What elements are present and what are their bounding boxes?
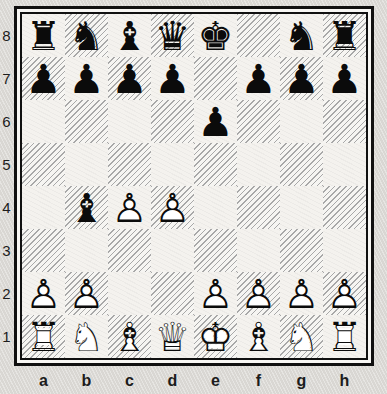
square-d6[interactable]: [151, 100, 194, 143]
square-d4[interactable]: ♟♙: [151, 186, 194, 229]
piece-white-pawn: ♙: [65, 272, 108, 315]
square-c8[interactable]: ♝: [108, 14, 151, 57]
square-e8[interactable]: ♚: [194, 14, 237, 57]
piece-black-pawn: ♟: [151, 57, 194, 100]
piece-fill: ♚: [194, 315, 237, 358]
square-a7[interactable]: ♟: [22, 57, 65, 100]
piece-white-pawn: ♙: [323, 272, 366, 315]
square-f8[interactable]: [237, 14, 280, 57]
piece-black-pawn: ♟: [237, 57, 280, 100]
piece-black-king: ♚: [194, 14, 237, 57]
piece-white-king: ♔: [194, 315, 237, 358]
board-frame: ♜♞♝♛♚♞♜♟♟♟♟♟♟♟♟♝♟♙♟♙♟♙♟♙♟♙♟♙♟♙♟♙♜♖♞♘♝♗♛♕…: [14, 6, 374, 366]
square-d2[interactable]: [151, 272, 194, 315]
chess-diagram: ♜♞♝♛♚♞♜♟♟♟♟♟♟♟♟♝♟♙♟♙♟♙♟♙♟♙♟♙♟♙♟♙♜♖♞♘♝♗♛♕…: [0, 0, 387, 394]
square-c5[interactable]: [108, 143, 151, 186]
square-f1[interactable]: ♝♗: [237, 315, 280, 358]
piece-fill: ♟: [323, 272, 366, 315]
square-a6[interactable]: [22, 100, 65, 143]
square-c4[interactable]: ♟♙: [108, 186, 151, 229]
file-label-h: h: [323, 370, 366, 392]
square-h4[interactable]: [323, 186, 366, 229]
piece-fill: ♝: [108, 315, 151, 358]
square-f3[interactable]: [237, 229, 280, 272]
piece-black-pawn: ♟: [280, 57, 323, 100]
piece-fill: ♞: [65, 315, 108, 358]
square-a5[interactable]: [22, 143, 65, 186]
piece-black-bishop: ♝: [108, 14, 151, 57]
square-b7[interactable]: ♟: [65, 57, 108, 100]
piece-fill: ♜: [22, 315, 65, 358]
rank-label-5: 5: [0, 143, 13, 186]
square-d7[interactable]: ♟: [151, 57, 194, 100]
square-f6[interactable]: [237, 100, 280, 143]
piece-black-pawn: ♟: [108, 57, 151, 100]
file-label-e: e: [194, 370, 237, 392]
piece-black-queen: ♛: [151, 14, 194, 57]
square-g7[interactable]: ♟: [280, 57, 323, 100]
rank-label-6: 6: [0, 100, 13, 143]
piece-black-knight: ♞: [65, 14, 108, 57]
piece-white-pawn: ♙: [237, 272, 280, 315]
square-b5[interactable]: [65, 143, 108, 186]
file-label-c: c: [108, 370, 151, 392]
square-a8[interactable]: ♜: [22, 14, 65, 57]
piece-black-pawn: ♟: [194, 100, 237, 143]
file-label-f: f: [237, 370, 280, 392]
square-f5[interactable]: [237, 143, 280, 186]
piece-black-rook: ♜: [323, 14, 366, 57]
piece-fill: ♛: [151, 315, 194, 358]
square-c2[interactable]: [108, 272, 151, 315]
piece-fill: ♞: [280, 315, 323, 358]
piece-black-bishop: ♝: [65, 186, 108, 229]
rank-label-7: 7: [0, 57, 13, 100]
file-label-g: g: [280, 370, 323, 392]
square-g8[interactable]: ♞: [280, 14, 323, 57]
square-g4[interactable]: [280, 186, 323, 229]
square-g1[interactable]: ♞♘: [280, 315, 323, 358]
piece-white-rook: ♖: [22, 315, 65, 358]
square-b4[interactable]: ♝: [65, 186, 108, 229]
square-h7[interactable]: ♟: [323, 57, 366, 100]
rank-label-2: 2: [0, 272, 13, 315]
square-f4[interactable]: [237, 186, 280, 229]
file-label-a: a: [22, 370, 65, 392]
square-e5[interactable]: [194, 143, 237, 186]
piece-black-pawn: ♟: [22, 57, 65, 100]
rank-label-3: 3: [0, 229, 13, 272]
piece-fill: ♟: [280, 272, 323, 315]
square-d3[interactable]: [151, 229, 194, 272]
piece-white-pawn: ♙: [108, 186, 151, 229]
piece-white-pawn: ♙: [280, 272, 323, 315]
piece-black-knight: ♞: [280, 14, 323, 57]
square-g6[interactable]: [280, 100, 323, 143]
square-f7[interactable]: ♟: [237, 57, 280, 100]
square-e4[interactable]: [194, 186, 237, 229]
square-a3[interactable]: [22, 229, 65, 272]
square-f2[interactable]: ♟♙: [237, 272, 280, 315]
piece-fill: ♟: [108, 186, 151, 229]
square-c7[interactable]: ♟: [108, 57, 151, 100]
square-b2[interactable]: ♟♙: [65, 272, 108, 315]
piece-white-pawn: ♙: [22, 272, 65, 315]
square-g2[interactable]: ♟♙: [280, 272, 323, 315]
square-c1[interactable]: ♝♗: [108, 315, 151, 358]
file-label-b: b: [65, 370, 108, 392]
piece-black-rook: ♜: [22, 14, 65, 57]
square-c3[interactable]: [108, 229, 151, 272]
piece-white-pawn: ♙: [194, 272, 237, 315]
piece-white-knight: ♘: [280, 315, 323, 358]
rank-label-1: 1: [0, 315, 13, 358]
square-c6[interactable]: [108, 100, 151, 143]
piece-fill: ♟: [22, 272, 65, 315]
square-e7[interactable]: [194, 57, 237, 100]
square-e3[interactable]: [194, 229, 237, 272]
square-e2[interactable]: ♟♙: [194, 272, 237, 315]
piece-fill: ♟: [237, 272, 280, 315]
piece-black-pawn: ♟: [323, 57, 366, 100]
square-e1[interactable]: ♚♔: [194, 315, 237, 358]
square-a1[interactable]: ♜♖: [22, 315, 65, 358]
square-e6[interactable]: ♟: [194, 100, 237, 143]
rank-label-8: 8: [0, 14, 13, 57]
square-h8[interactable]: ♜: [323, 14, 366, 57]
piece-white-rook: ♖: [323, 315, 366, 358]
square-h6[interactable]: [323, 100, 366, 143]
piece-white-bishop: ♗: [108, 315, 151, 358]
piece-white-pawn: ♙: [151, 186, 194, 229]
square-b1[interactable]: ♞♘: [65, 315, 108, 358]
piece-black-pawn: ♟: [65, 57, 108, 100]
file-label-d: d: [151, 370, 194, 392]
square-h5[interactable]: [323, 143, 366, 186]
square-g3[interactable]: [280, 229, 323, 272]
piece-fill: ♜: [323, 315, 366, 358]
square-h1[interactable]: ♜♖: [323, 315, 366, 358]
piece-white-bishop: ♗: [237, 315, 280, 358]
piece-fill: ♟: [194, 272, 237, 315]
square-a2[interactable]: ♟♙: [22, 272, 65, 315]
chess-board: ♜♞♝♛♚♞♜♟♟♟♟♟♟♟♟♝♟♙♟♙♟♙♟♙♟♙♟♙♟♙♟♙♜♖♞♘♝♗♛♕…: [22, 14, 366, 358]
square-h2[interactable]: ♟♙: [323, 272, 366, 315]
board-inner-border: ♜♞♝♛♚♞♜♟♟♟♟♟♟♟♟♝♟♙♟♙♟♙♟♙♟♙♟♙♟♙♟♙♜♖♞♘♝♗♛♕…: [20, 12, 368, 360]
square-h3[interactable]: [323, 229, 366, 272]
piece-fill: ♟: [151, 186, 194, 229]
square-d5[interactable]: [151, 143, 194, 186]
piece-white-knight: ♘: [65, 315, 108, 358]
square-a4[interactable]: [22, 186, 65, 229]
square-b8[interactable]: ♞: [65, 14, 108, 57]
square-b3[interactable]: [65, 229, 108, 272]
square-d8[interactable]: ♛: [151, 14, 194, 57]
square-g5[interactable]: [280, 143, 323, 186]
piece-fill: ♟: [65, 272, 108, 315]
piece-fill: ♝: [237, 315, 280, 358]
square-d1[interactable]: ♛♕: [151, 315, 194, 358]
square-b6[interactable]: [65, 100, 108, 143]
piece-white-queen: ♕: [151, 315, 194, 358]
rank-label-4: 4: [0, 186, 13, 229]
